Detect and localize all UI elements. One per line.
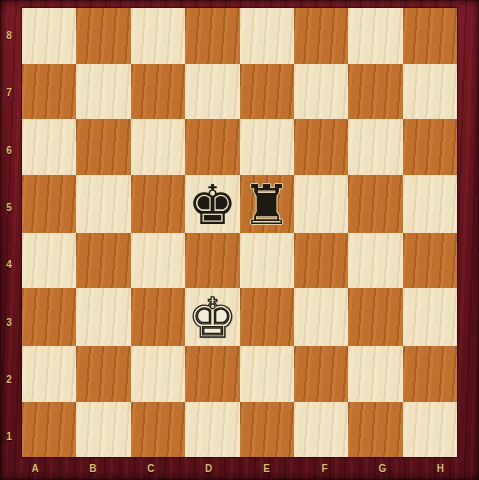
square-c4[interactable] [131, 233, 185, 289]
file-label-e: E [263, 463, 270, 474]
square-h2[interactable] [403, 346, 457, 402]
rank-label-5: 5 [1, 201, 17, 212]
square-c8[interactable] [131, 8, 185, 64]
square-f6[interactable] [294, 119, 348, 175]
square-h7[interactable] [403, 64, 457, 120]
square-d5[interactable]: ♚ [185, 175, 239, 233]
square-h8[interactable] [403, 8, 457, 64]
square-a4[interactable] [22, 233, 76, 289]
rank-label-8: 8 [1, 30, 17, 41]
square-d3[interactable]: ♚ [185, 288, 239, 346]
square-g7[interactable] [348, 64, 402, 120]
file-label-a: A [31, 463, 38, 474]
rank-label-7: 7 [1, 87, 17, 98]
square-e1[interactable] [240, 402, 294, 458]
file-label-b: B [89, 463, 96, 474]
square-e6[interactable] [240, 119, 294, 175]
square-a3[interactable] [22, 288, 76, 346]
file-label-d: D [205, 463, 212, 474]
square-e3[interactable] [240, 288, 294, 346]
square-a8[interactable] [22, 8, 76, 64]
square-g5[interactable] [348, 175, 402, 233]
rank-label-1: 1 [1, 431, 17, 442]
square-a2[interactable] [22, 346, 76, 402]
square-c5[interactable] [131, 175, 185, 233]
square-e8[interactable] [240, 8, 294, 64]
square-g3[interactable] [348, 288, 402, 346]
square-a5[interactable] [22, 175, 76, 233]
square-b6[interactable] [76, 119, 130, 175]
chess-board-frame: ♚♜♚ 87654321 ABCDEFGH [0, 0, 479, 480]
square-h4[interactable] [403, 233, 457, 289]
square-d4[interactable] [185, 233, 239, 289]
chess-board: ♚♜♚ [22, 8, 457, 457]
rank-label-6: 6 [1, 144, 17, 155]
file-label-f: F [321, 463, 327, 474]
rank-label-2: 2 [1, 373, 17, 384]
square-d6[interactable] [185, 119, 239, 175]
square-c6[interactable] [131, 119, 185, 175]
square-c1[interactable] [131, 402, 185, 458]
square-g1[interactable] [348, 402, 402, 458]
square-e5[interactable]: ♜ [240, 175, 294, 233]
square-c2[interactable] [131, 346, 185, 402]
square-d1[interactable] [185, 402, 239, 458]
square-b4[interactable] [76, 233, 130, 289]
square-h3[interactable] [403, 288, 457, 346]
square-a6[interactable] [22, 119, 76, 175]
rank-label-4: 4 [1, 259, 17, 270]
square-g4[interactable] [348, 233, 402, 289]
square-f2[interactable] [294, 346, 348, 402]
square-f3[interactable] [294, 288, 348, 346]
square-f4[interactable] [294, 233, 348, 289]
square-e7[interactable] [240, 64, 294, 120]
square-g2[interactable] [348, 346, 402, 402]
square-h1[interactable] [403, 402, 457, 458]
square-g8[interactable] [348, 8, 402, 64]
square-d2[interactable] [185, 346, 239, 402]
piece-black-king[interactable]: ♚ [188, 175, 237, 233]
square-d8[interactable] [185, 8, 239, 64]
square-b1[interactable] [76, 402, 130, 458]
square-a1[interactable] [22, 402, 76, 458]
square-b7[interactable] [76, 64, 130, 120]
square-b5[interactable] [76, 175, 130, 233]
square-h5[interactable] [403, 175, 457, 233]
file-label-c: C [147, 463, 154, 474]
file-label-h: H [437, 463, 444, 474]
square-b3[interactable] [76, 288, 130, 346]
square-e4[interactable] [240, 233, 294, 289]
square-g6[interactable] [348, 119, 402, 175]
rank-label-3: 3 [1, 316, 17, 327]
square-f7[interactable] [294, 64, 348, 120]
square-f5[interactable] [294, 175, 348, 233]
file-label-g: G [379, 463, 387, 474]
square-f1[interactable] [294, 402, 348, 458]
square-a7[interactable] [22, 64, 76, 120]
piece-white-king[interactable]: ♚ [188, 288, 237, 346]
square-c3[interactable] [131, 288, 185, 346]
square-b8[interactable] [76, 8, 130, 64]
square-f8[interactable] [294, 8, 348, 64]
square-e2[interactable] [240, 346, 294, 402]
square-c7[interactable] [131, 64, 185, 120]
square-d7[interactable] [185, 64, 239, 120]
square-b2[interactable] [76, 346, 130, 402]
piece-black-rook[interactable]: ♜ [242, 175, 291, 233]
square-h6[interactable] [403, 119, 457, 175]
